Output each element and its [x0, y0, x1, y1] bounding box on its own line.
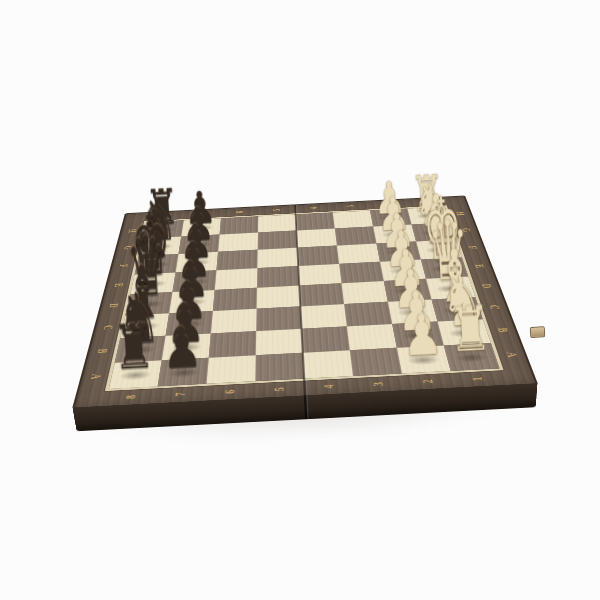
square-d5[interactable] [257, 285, 301, 308]
playing-area: ♜♟♟♜♞♟♟♞♝♟♟♝♚♟♟♚♛♟♟♛♝♟♟♝♞♟♟♞♜♟♟♜ [105, 205, 504, 391]
square-b3[interactable] [347, 324, 397, 350]
square-f6[interactable] [216, 250, 257, 270]
hinge-seam-front [304, 395, 308, 419]
square-a3[interactable] [350, 348, 402, 376]
brass-clasp [530, 326, 546, 338]
squares-grid: ♜♟♟♜♞♟♟♞♝♟♟♝♚♟♟♚♛♟♟♛♝♟♟♝♞♟♟♞♜♟♟♜ [109, 207, 500, 389]
square-a4[interactable] [303, 350, 353, 378]
square-d6[interactable] [213, 288, 257, 311]
rank-label-6: 6 [231, 204, 248, 220]
square-e3[interactable] [339, 262, 384, 284]
square-c6[interactable] [211, 309, 257, 334]
square-a7[interactable]: ♟ [158, 358, 209, 387]
rank-label-7: 7 [194, 206, 212, 222]
square-c4[interactable] [300, 304, 346, 329]
square-f4[interactable] [297, 246, 339, 266]
square-g6[interactable] [218, 233, 258, 252]
square-f5[interactable] [257, 248, 298, 268]
square-b5[interactable] [256, 329, 303, 356]
square-g5[interactable] [258, 231, 298, 250]
rank-label-4: 4 [305, 200, 323, 216]
square-a5[interactable] [255, 353, 304, 381]
square-d4[interactable] [299, 283, 344, 306]
rank-label-5: 5 [269, 202, 286, 218]
square-b6[interactable] [209, 331, 256, 358]
piece-black-pawn-a7[interactable]: ♟ [157, 320, 208, 376]
square-e5[interactable] [257, 266, 299, 288]
rank-label-3: 3 [341, 198, 360, 214]
square-g3[interactable] [335, 226, 377, 245]
square-c3[interactable] [344, 302, 392, 327]
square-a1[interactable]: ♜ [444, 343, 500, 371]
square-g4[interactable] [296, 228, 337, 247]
chess-board: 87654321 87654321 HGFEDCBA HGFEDCBA ♜♟♟♜… [72, 195, 538, 408]
square-c5[interactable] [256, 306, 301, 331]
square-b4[interactable] [302, 326, 350, 352]
scene-rotation: 87654321 87654321 HGFEDCBA HGFEDCBA ♜♟♟♜… [0, 0, 600, 600]
square-a6[interactable] [206, 355, 255, 384]
piece-white-pawn-a2[interactable]: ♟ [397, 307, 448, 363]
square-a8[interactable]: ♜ [109, 360, 162, 389]
square-e4[interactable] [298, 264, 341, 286]
piece-white-rook-a1[interactable]: ♜ [445, 300, 496, 360]
square-f3[interactable] [337, 244, 380, 264]
square-e6[interactable] [215, 268, 258, 290]
product-photo-stage: 87654321 87654321 HGFEDCBA HGFEDCBA ♜♟♟♜… [0, 0, 600, 600]
square-d3[interactable] [342, 281, 388, 304]
piece-black-rook-a8[interactable]: ♜ [108, 317, 159, 377]
rank-label-2: 2 [378, 196, 398, 212]
perspective-wrapper: 87654321 87654321 HGFEDCBA HGFEDCBA ♜♟♟♜… [88, 65, 508, 485]
square-a2[interactable]: ♟ [397, 345, 451, 373]
